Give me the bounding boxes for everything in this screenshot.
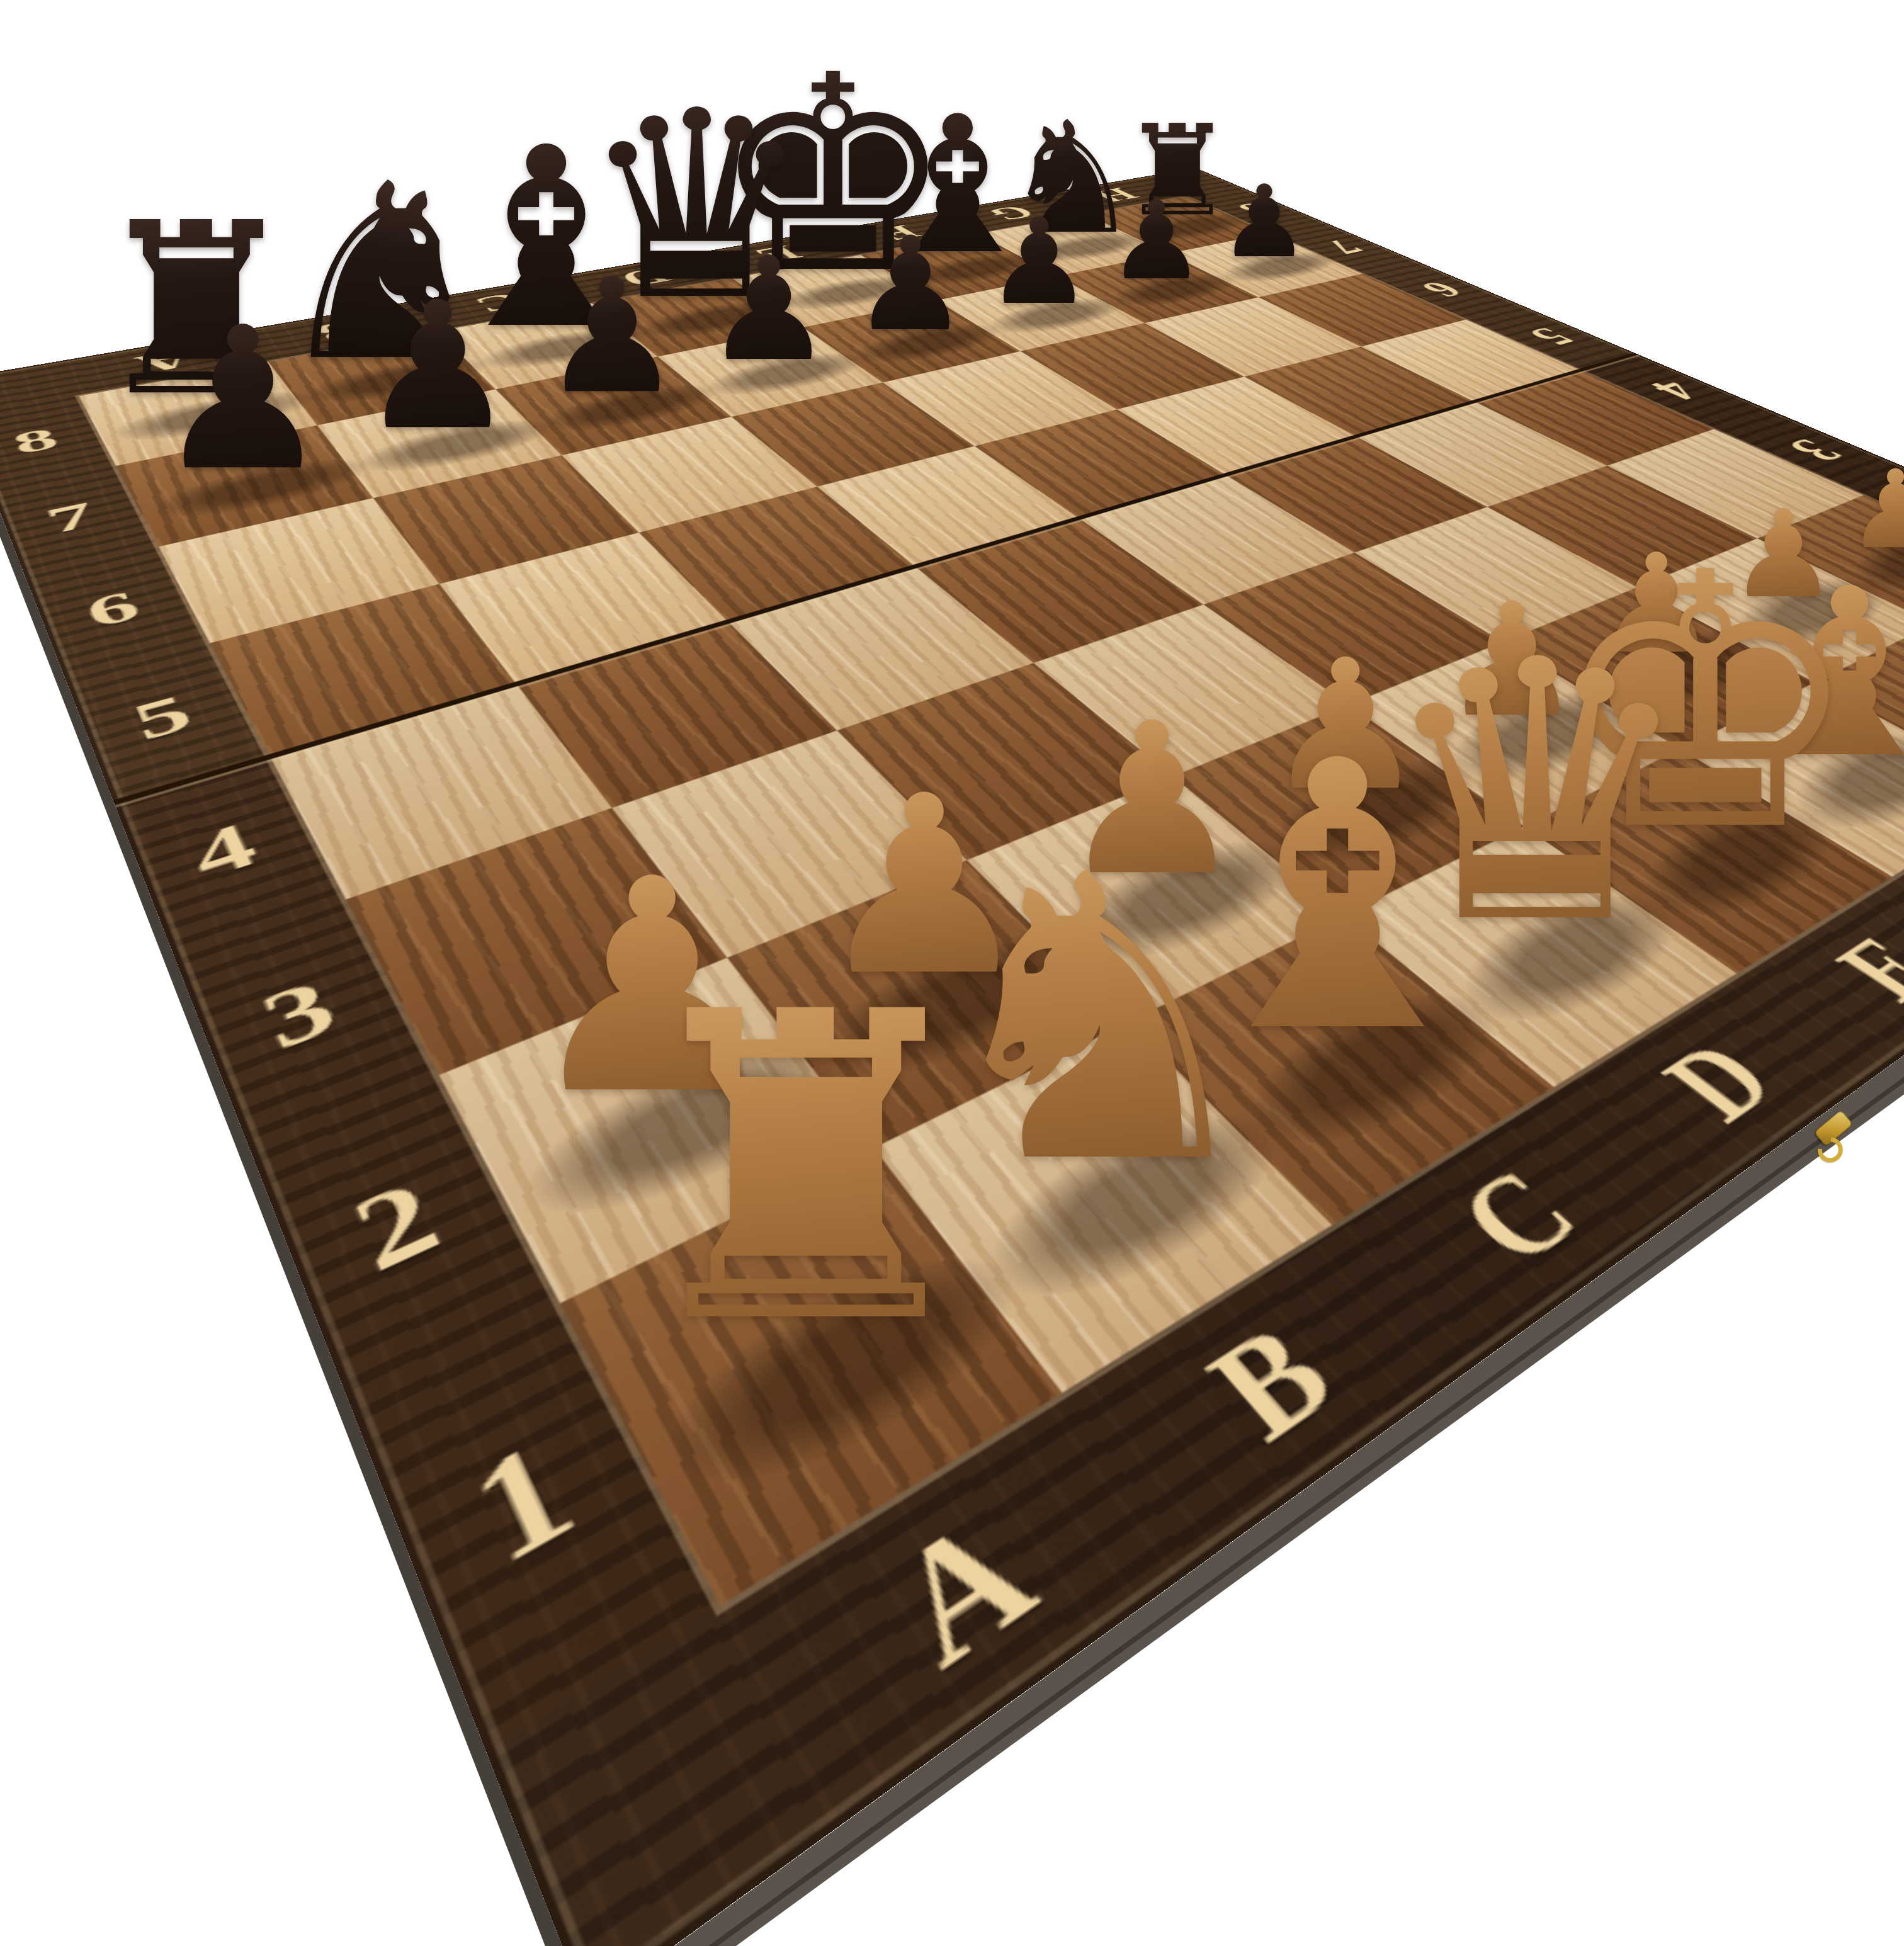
file-label-top-a: A [130,345,199,378]
rank-label-right-5: 5 [1518,324,1585,349]
rank-label-left-6: 6 [79,584,147,636]
file-label-top-b: B [309,315,373,345]
file-label-top-h: H [1084,185,1146,205]
rank-label-left-8: 8 [8,423,64,460]
file-label-bottom-c: C [1437,1152,1603,1287]
file-label-bottom-d: D [1644,1027,1799,1140]
latch-hook [1812,1132,1847,1167]
file-label-top-e: E [747,242,808,266]
rank-label-left-5: 5 [126,687,201,750]
file-label-top-d: D [613,264,677,290]
rank-label-left-2: 2 [339,1164,454,1292]
rank-label-left-4: 4 [182,813,267,891]
rank-label-left-3: 3 [251,968,349,1066]
file-label-top-f: F [871,222,927,243]
rank-label-left-7: 7 [41,497,102,541]
chess-board: AABBCCDDEEFFGGHH1122334455667788 [0,168,1904,1946]
file-label-bottom-b: B [1187,1306,1360,1467]
rank-label-right-6: 6 [1411,278,1472,300]
rank-label-right-4: 4 [1638,375,1711,404]
file-label-bottom-a: A [870,1491,1061,1699]
photo-stage: AABBCCDDEEFFGGHH1122334455667788 ♜♞♝♛♚♝♞… [0,0,1904,1946]
rank-label-left-1: 1 [456,1420,594,1593]
file-label-bottom-e: E [1818,924,1904,1017]
file-label-top-g: G [980,203,1043,223]
file-label-top-c: C [467,288,533,316]
